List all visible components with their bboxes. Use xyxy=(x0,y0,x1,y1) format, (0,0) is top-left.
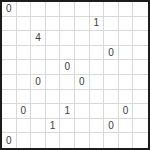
grid-cell[interactable] xyxy=(60,46,75,61)
grid-cell[interactable] xyxy=(75,31,90,46)
grid-cell[interactable] xyxy=(2,90,17,105)
grid-cell[interactable] xyxy=(119,90,134,105)
grid-cell[interactable] xyxy=(46,104,61,119)
clue-cell[interactable]: 0 xyxy=(60,60,75,75)
grid-cell[interactable] xyxy=(75,104,90,119)
grid-cell[interactable] xyxy=(133,104,148,119)
clue-cell[interactable]: 0 xyxy=(2,133,17,148)
grid-cell[interactable] xyxy=(17,133,32,148)
grid-cell[interactable] xyxy=(90,90,105,105)
grid-cell[interactable] xyxy=(60,17,75,32)
grid-cell[interactable] xyxy=(90,104,105,119)
grid-cell[interactable] xyxy=(133,90,148,105)
puzzle-board: 0140000010100 xyxy=(0,0,150,150)
grid-cell[interactable] xyxy=(31,17,46,32)
grid-cell[interactable] xyxy=(60,133,75,148)
grid-cell[interactable] xyxy=(46,75,61,90)
grid-cell[interactable] xyxy=(46,133,61,148)
grid-cell[interactable] xyxy=(119,60,134,75)
grid-cell[interactable] xyxy=(2,31,17,46)
grid-cell[interactable] xyxy=(46,46,61,61)
grid-cell[interactable] xyxy=(17,46,32,61)
grid-cell[interactable] xyxy=(133,75,148,90)
grid-cell[interactable] xyxy=(75,90,90,105)
grid-cell[interactable] xyxy=(17,75,32,90)
grid-cell[interactable] xyxy=(46,2,61,17)
grid-cell[interactable] xyxy=(60,31,75,46)
clue-cell[interactable]: 0 xyxy=(104,46,119,61)
grid-cell[interactable] xyxy=(75,17,90,32)
grid-cell[interactable] xyxy=(90,75,105,90)
grid-cell[interactable] xyxy=(31,60,46,75)
grid-cell[interactable] xyxy=(90,2,105,17)
grid-cell[interactable] xyxy=(46,17,61,32)
grid-cell[interactable] xyxy=(17,60,32,75)
grid-cell[interactable] xyxy=(17,31,32,46)
grid-cell[interactable] xyxy=(60,2,75,17)
clue-cell[interactable]: 0 xyxy=(104,119,119,134)
grid-cell[interactable] xyxy=(104,75,119,90)
grid-cell[interactable] xyxy=(46,60,61,75)
grid-cell[interactable] xyxy=(90,119,105,134)
grid-cell[interactable] xyxy=(60,90,75,105)
grid-cell[interactable] xyxy=(133,17,148,32)
grid-cell[interactable] xyxy=(119,2,134,17)
clue-cell[interactable]: 0 xyxy=(17,104,32,119)
grid-cell[interactable] xyxy=(17,90,32,105)
grid-cell[interactable] xyxy=(2,46,17,61)
grid-cell[interactable] xyxy=(2,60,17,75)
grid-cell[interactable] xyxy=(17,17,32,32)
grid-cell[interactable] xyxy=(133,2,148,17)
grid-cell[interactable] xyxy=(75,119,90,134)
grid-cell[interactable] xyxy=(133,31,148,46)
grid-cell[interactable] xyxy=(133,60,148,75)
grid-cell[interactable] xyxy=(119,31,134,46)
grid-cell[interactable] xyxy=(104,2,119,17)
grid-cell[interactable] xyxy=(133,119,148,134)
grid-cell[interactable] xyxy=(2,75,17,90)
grid-cell[interactable] xyxy=(90,60,105,75)
grid-cell[interactable] xyxy=(31,133,46,148)
grid-cell[interactable] xyxy=(46,31,61,46)
grid-cell[interactable] xyxy=(75,60,90,75)
clue-cell[interactable]: 0 xyxy=(119,104,134,119)
grid-cell[interactable] xyxy=(31,104,46,119)
clue-cell[interactable]: 0 xyxy=(31,75,46,90)
clue-cell[interactable]: 4 xyxy=(31,31,46,46)
grid-cell[interactable] xyxy=(90,133,105,148)
grid-cell[interactable] xyxy=(75,133,90,148)
grid-cell[interactable] xyxy=(104,17,119,32)
grid-cell[interactable] xyxy=(17,2,32,17)
grid-cell[interactable] xyxy=(31,90,46,105)
clue-cell[interactable]: 1 xyxy=(46,119,61,134)
grid-cell[interactable] xyxy=(75,46,90,61)
grid-cell[interactable] xyxy=(104,31,119,46)
grid-cell[interactable] xyxy=(104,104,119,119)
grid-cell[interactable] xyxy=(90,31,105,46)
grid-cell[interactable] xyxy=(119,133,134,148)
grid-cell[interactable] xyxy=(60,119,75,134)
grid-cell[interactable] xyxy=(17,119,32,134)
grid-cell[interactable] xyxy=(31,46,46,61)
grid-cell[interactable] xyxy=(104,90,119,105)
grid-cell[interactable] xyxy=(119,119,134,134)
grid-cell[interactable] xyxy=(104,60,119,75)
grid-cell[interactable] xyxy=(119,75,134,90)
grid-cell[interactable] xyxy=(133,133,148,148)
grid-cell[interactable] xyxy=(119,17,134,32)
grid-cell[interactable] xyxy=(2,17,17,32)
grid-cell[interactable] xyxy=(2,104,17,119)
grid-cell[interactable] xyxy=(31,119,46,134)
grid-cell[interactable] xyxy=(119,46,134,61)
clue-cell[interactable]: 1 xyxy=(60,104,75,119)
grid-cell[interactable] xyxy=(104,133,119,148)
grid-cell[interactable] xyxy=(60,75,75,90)
clue-cell[interactable]: 0 xyxy=(75,75,90,90)
grid-cell[interactable] xyxy=(133,46,148,61)
clue-cell[interactable]: 1 xyxy=(90,17,105,32)
grid-cell[interactable] xyxy=(31,2,46,17)
grid-cell[interactable] xyxy=(90,46,105,61)
grid-cell[interactable] xyxy=(2,119,17,134)
clue-cell[interactable]: 0 xyxy=(2,2,17,17)
grid-cell[interactable] xyxy=(46,90,61,105)
grid-cell[interactable] xyxy=(75,2,90,17)
